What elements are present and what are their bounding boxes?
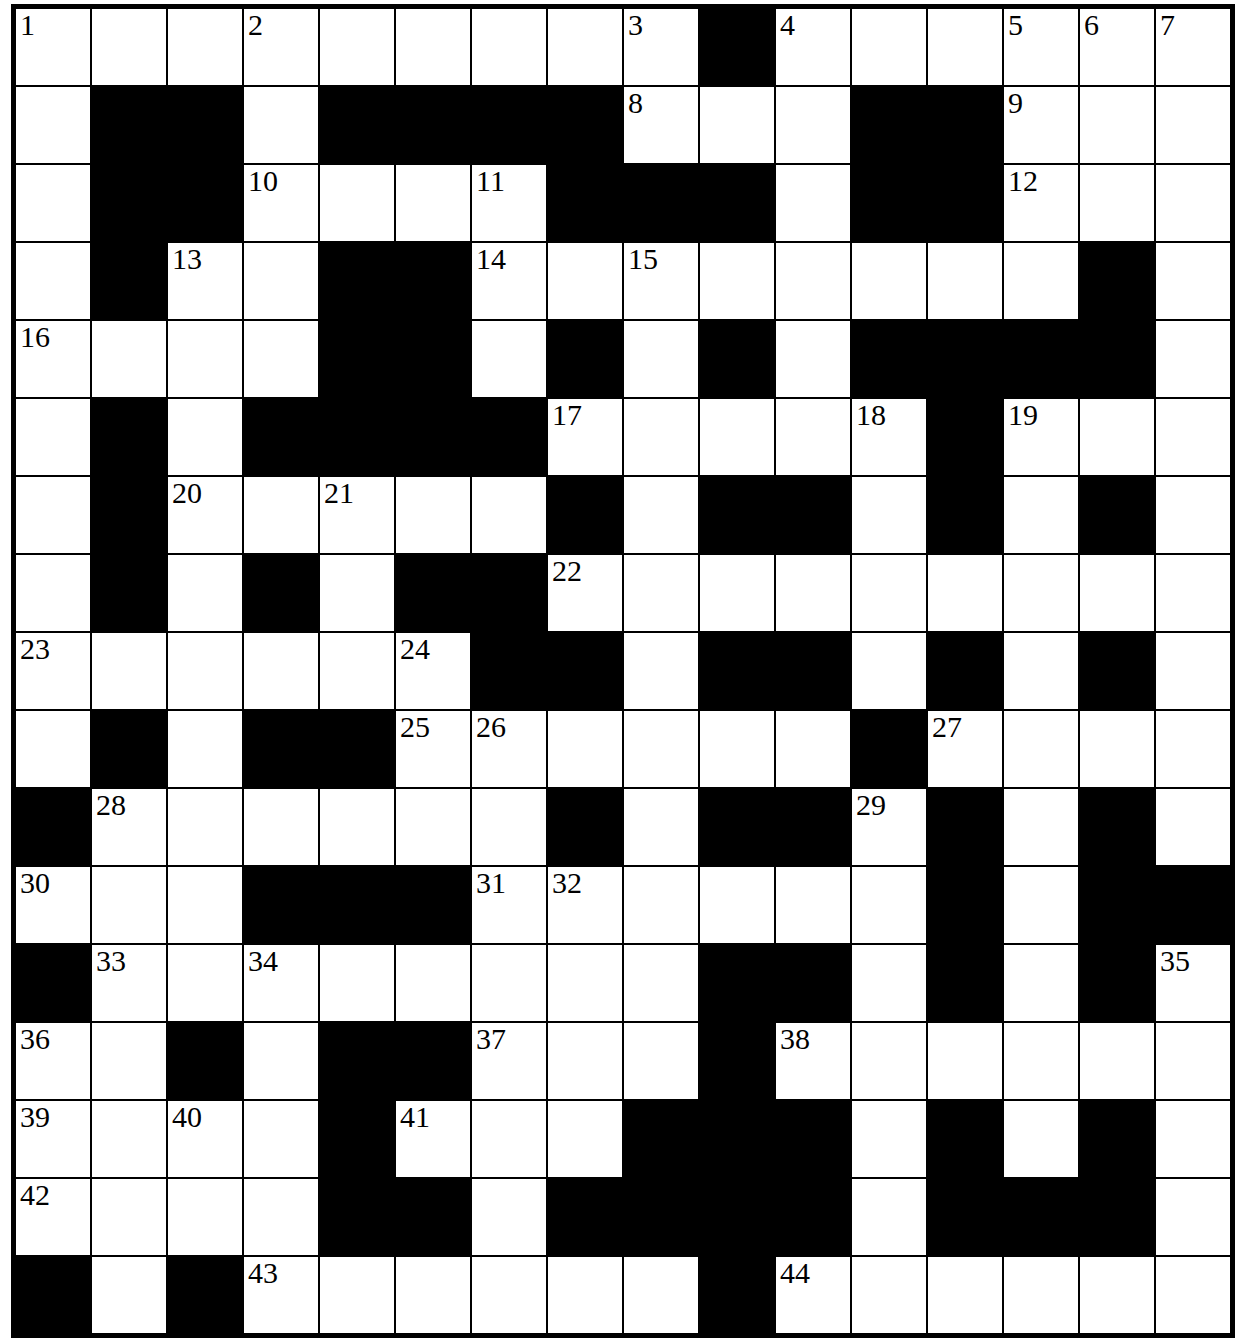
cell-r14c12[interactable]	[851, 1022, 927, 1100]
clue-number-16: 16	[20, 319, 50, 355]
cell-r8c8[interactable]: 22	[547, 554, 623, 632]
cell-r1c8[interactable]	[547, 8, 623, 86]
cell-r6c15[interactable]	[1079, 398, 1155, 476]
cell-r8c5[interactable]	[319, 554, 395, 632]
clue-number-38: 38	[780, 1021, 810, 1057]
black-cell-r10c4	[243, 710, 319, 788]
black-cell-r14c10	[699, 1022, 775, 1100]
cell-r17c12[interactable]	[851, 1256, 927, 1334]
cell-r14c7[interactable]: 37	[471, 1022, 547, 1100]
cell-r11c16[interactable]	[1155, 788, 1231, 866]
clue-number-43: 43	[248, 1255, 278, 1291]
black-cell-r2c2	[91, 86, 167, 164]
cell-r15c4[interactable]	[243, 1100, 319, 1178]
black-cell-r16c13	[927, 1178, 1003, 1256]
black-cell-r2c5	[319, 86, 395, 164]
clue-number-29: 29	[856, 787, 886, 823]
cell-r2c9[interactable]: 8	[623, 86, 699, 164]
black-cell-r6c2	[91, 398, 167, 476]
black-cell-r3c10	[699, 164, 775, 242]
black-cell-r5c6	[395, 320, 471, 398]
black-cell-r5c8	[547, 320, 623, 398]
cell-r4c12[interactable]	[851, 242, 927, 320]
cell-r6c1[interactable]	[15, 398, 91, 476]
cell-r11c6[interactable]	[395, 788, 471, 866]
clue-number-24: 24	[400, 631, 430, 667]
cell-r9c6[interactable]: 24	[395, 632, 471, 710]
clue-number-8: 8	[628, 85, 643, 121]
cell-r12c1[interactable]: 30	[15, 866, 91, 944]
clue-number-44: 44	[780, 1255, 810, 1291]
cell-r4c9[interactable]: 15	[623, 242, 699, 320]
black-cell-r3c13	[927, 164, 1003, 242]
black-cell-r7c8	[547, 476, 623, 554]
clue-number-7: 7	[1160, 7, 1175, 43]
clue-number-25: 25	[400, 709, 430, 745]
cell-r6c8[interactable]: 17	[547, 398, 623, 476]
cell-r8c12[interactable]	[851, 554, 927, 632]
clue-number-34: 34	[248, 943, 278, 979]
cell-r16c7[interactable]	[471, 1178, 547, 1256]
cell-r2c11[interactable]	[775, 86, 851, 164]
cell-r1c1[interactable]: 1	[15, 8, 91, 86]
cell-r17c16[interactable]	[1155, 1256, 1231, 1334]
black-cell-r3c12	[851, 164, 927, 242]
black-cell-r16c9	[623, 1178, 699, 1256]
cell-r15c14[interactable]	[1003, 1100, 1079, 1178]
cell-r4c8[interactable]	[547, 242, 623, 320]
black-cell-r15c10	[699, 1100, 775, 1178]
cell-r9c9[interactable]	[623, 632, 699, 710]
clue-number-1: 1	[20, 7, 35, 43]
cell-r11c4[interactable]	[243, 788, 319, 866]
cell-r1c16[interactable]: 7	[1155, 8, 1231, 86]
cell-r9c5[interactable]	[319, 632, 395, 710]
cell-r7c7[interactable]	[471, 476, 547, 554]
cell-r10c10[interactable]	[699, 710, 775, 788]
cell-r1c2[interactable]	[91, 8, 167, 86]
cell-r7c14[interactable]	[1003, 476, 1079, 554]
cell-r7c16[interactable]	[1155, 476, 1231, 554]
clue-number-31: 31	[476, 865, 506, 901]
black-cell-r10c5	[319, 710, 395, 788]
cell-r10c14[interactable]	[1003, 710, 1079, 788]
cell-r4c13[interactable]	[927, 242, 1003, 320]
cell-r17c14[interactable]	[1003, 1256, 1079, 1334]
cell-r1c5[interactable]	[319, 8, 395, 86]
cell-r8c1[interactable]	[15, 554, 91, 632]
cell-r2c15[interactable]	[1079, 86, 1155, 164]
cell-r3c16[interactable]	[1155, 164, 1231, 242]
cell-r9c12[interactable]	[851, 632, 927, 710]
cell-r2c16[interactable]	[1155, 86, 1231, 164]
black-cell-r5c15	[1079, 320, 1155, 398]
cell-r5c4[interactable]	[243, 320, 319, 398]
black-cell-r6c6	[395, 398, 471, 476]
cell-r8c14[interactable]	[1003, 554, 1079, 632]
cell-r11c12[interactable]: 29	[851, 788, 927, 866]
cell-r16c4[interactable]	[243, 1178, 319, 1256]
cell-r7c6[interactable]	[395, 476, 471, 554]
black-cell-r14c6	[395, 1022, 471, 1100]
black-cell-r4c5	[319, 242, 395, 320]
clue-number-12: 12	[1008, 163, 1038, 199]
clue-number-35: 35	[1160, 943, 1190, 979]
cell-r13c8[interactable]	[547, 944, 623, 1022]
cell-r2c14[interactable]: 9	[1003, 86, 1079, 164]
cell-r7c5[interactable]: 21	[319, 476, 395, 554]
black-cell-r7c2	[91, 476, 167, 554]
cell-r4c14[interactable]	[1003, 242, 1079, 320]
cell-r13c12[interactable]	[851, 944, 927, 1022]
cell-r3c11[interactable]	[775, 164, 851, 242]
cell-r3c7[interactable]: 11	[471, 164, 547, 242]
cell-r9c3[interactable]	[167, 632, 243, 710]
page: { "game": "crossword", "grid": { "rows":…	[0, 0, 1236, 1338]
cell-r3c15[interactable]	[1079, 164, 1155, 242]
cell-r14c13[interactable]	[927, 1022, 1003, 1100]
cell-r5c3[interactable]	[167, 320, 243, 398]
cell-r8c10[interactable]	[699, 554, 775, 632]
cell-r8c11[interactable]	[775, 554, 851, 632]
cell-r5c9[interactable]	[623, 320, 699, 398]
cell-r11c7[interactable]	[471, 788, 547, 866]
black-cell-r15c15	[1079, 1100, 1155, 1178]
clue-number-9: 9	[1008, 85, 1023, 121]
black-cell-r6c7	[471, 398, 547, 476]
cell-r9c1[interactable]: 23	[15, 632, 91, 710]
black-cell-r2c3	[167, 86, 243, 164]
black-cell-r5c13	[927, 320, 1003, 398]
cell-r13c5[interactable]	[319, 944, 395, 1022]
black-cell-r7c15	[1079, 476, 1155, 554]
cell-r5c7[interactable]	[471, 320, 547, 398]
cell-r16c1[interactable]: 42	[15, 1178, 91, 1256]
clue-number-37: 37	[476, 1021, 506, 1057]
clue-number-18: 18	[856, 397, 886, 433]
black-cell-r12c15	[1079, 866, 1155, 944]
cell-r4c16[interactable]	[1155, 242, 1231, 320]
black-cell-r16c11	[775, 1178, 851, 1256]
cell-r1c6[interactable]	[395, 8, 471, 86]
black-cell-r14c5	[319, 1022, 395, 1100]
black-cell-r15c9	[623, 1100, 699, 1178]
clue-number-42: 42	[20, 1177, 50, 1213]
clue-number-23: 23	[20, 631, 50, 667]
cell-r8c9[interactable]	[623, 554, 699, 632]
cell-r4c4[interactable]	[243, 242, 319, 320]
cell-r11c9[interactable]	[623, 788, 699, 866]
cell-r13c4[interactable]: 34	[243, 944, 319, 1022]
black-cell-r4c15	[1079, 242, 1155, 320]
cell-r17c13[interactable]	[927, 1256, 1003, 1334]
cell-r1c4[interactable]: 2	[243, 8, 319, 86]
black-cell-r2c13	[927, 86, 1003, 164]
cell-r1c11[interactable]: 4	[775, 8, 851, 86]
cell-r9c2[interactable]	[91, 632, 167, 710]
clue-number-6: 6	[1084, 7, 1099, 43]
cell-r10c8[interactable]	[547, 710, 623, 788]
clue-number-3: 3	[628, 7, 643, 43]
cell-r10c3[interactable]	[167, 710, 243, 788]
clue-number-19: 19	[1008, 397, 1038, 433]
cell-r13c14[interactable]	[1003, 944, 1079, 1022]
cell-r10c9[interactable]	[623, 710, 699, 788]
cell-r8c15[interactable]	[1079, 554, 1155, 632]
clue-number-14: 14	[476, 241, 506, 277]
clue-number-13: 13	[172, 241, 202, 277]
cell-r10c11[interactable]	[775, 710, 851, 788]
clue-number-26: 26	[476, 709, 506, 745]
cell-r10c13[interactable]: 27	[927, 710, 1003, 788]
cell-r7c12[interactable]	[851, 476, 927, 554]
cell-r1c3[interactable]	[167, 8, 243, 86]
cell-r17c2[interactable]	[91, 1256, 167, 1334]
black-cell-r6c4	[243, 398, 319, 476]
cell-r14c4[interactable]	[243, 1022, 319, 1100]
cell-r4c7[interactable]: 14	[471, 242, 547, 320]
cell-r14c2[interactable]	[91, 1022, 167, 1100]
cell-r1c7[interactable]	[471, 8, 547, 86]
black-cell-r17c1	[15, 1256, 91, 1334]
cell-r14c16[interactable]	[1155, 1022, 1231, 1100]
black-cell-r14c3	[167, 1022, 243, 1100]
black-cell-r11c10	[699, 788, 775, 866]
cell-r1c14[interactable]: 5	[1003, 8, 1079, 86]
cell-r2c1[interactable]	[15, 86, 91, 164]
cell-r15c8[interactable]	[547, 1100, 623, 1178]
black-cell-r6c5	[319, 398, 395, 476]
cell-r17c4[interactable]: 43	[243, 1256, 319, 1334]
clue-number-4: 4	[780, 7, 795, 43]
black-cell-r7c13	[927, 476, 1003, 554]
crossword-grid: 1234567891011121314151617181920212223242…	[11, 4, 1235, 1338]
black-cell-r9c13	[927, 632, 1003, 710]
cell-r10c6[interactable]: 25	[395, 710, 471, 788]
black-cell-r11c8	[547, 788, 623, 866]
cell-r13c6[interactable]	[395, 944, 471, 1022]
cell-r7c1[interactable]	[15, 476, 91, 554]
cell-r11c3[interactable]	[167, 788, 243, 866]
black-cell-r9c11	[775, 632, 851, 710]
cell-r1c15[interactable]: 6	[1079, 8, 1155, 86]
cell-r7c9[interactable]	[623, 476, 699, 554]
cell-r7c3[interactable]: 20	[167, 476, 243, 554]
cell-r12c11[interactable]	[775, 866, 851, 944]
black-cell-r10c12	[851, 710, 927, 788]
cell-r13c7[interactable]	[471, 944, 547, 1022]
cell-r15c1[interactable]: 39	[15, 1100, 91, 1178]
cell-r17c8[interactable]	[547, 1256, 623, 1334]
clue-number-30: 30	[20, 865, 50, 901]
cell-r8c3[interactable]	[167, 554, 243, 632]
cell-r12c10[interactable]	[699, 866, 775, 944]
cell-r6c3[interactable]	[167, 398, 243, 476]
cell-r14c1[interactable]: 36	[15, 1022, 91, 1100]
cell-r3c6[interactable]	[395, 164, 471, 242]
cell-r14c11[interactable]: 38	[775, 1022, 851, 1100]
cell-r16c12[interactable]	[851, 1178, 927, 1256]
black-cell-r3c8	[547, 164, 623, 242]
cell-r5c11[interactable]	[775, 320, 851, 398]
cell-r3c1[interactable]	[15, 164, 91, 242]
cell-r17c11[interactable]: 44	[775, 1256, 851, 1334]
black-cell-r5c12	[851, 320, 927, 398]
black-cell-r8c4	[243, 554, 319, 632]
black-cell-r4c2	[91, 242, 167, 320]
cell-r7c4[interactable]	[243, 476, 319, 554]
black-cell-r3c3	[167, 164, 243, 242]
black-cell-r8c6	[395, 554, 471, 632]
cell-r8c13[interactable]	[927, 554, 1003, 632]
black-cell-r4c6	[395, 242, 471, 320]
cell-r4c1[interactable]	[15, 242, 91, 320]
cell-r17c6[interactable]	[395, 1256, 471, 1334]
black-cell-r9c7	[471, 632, 547, 710]
cell-r5c1[interactable]: 16	[15, 320, 91, 398]
cell-r5c16[interactable]	[1155, 320, 1231, 398]
black-cell-r15c5	[319, 1100, 395, 1178]
black-cell-r9c15	[1079, 632, 1155, 710]
cell-r3c4[interactable]: 10	[243, 164, 319, 242]
clue-number-32: 32	[552, 865, 582, 901]
cell-r10c16[interactable]	[1155, 710, 1231, 788]
cell-r12c7[interactable]: 31	[471, 866, 547, 944]
cell-r15c16[interactable]	[1155, 1100, 1231, 1178]
cell-r6c16[interactable]	[1155, 398, 1231, 476]
black-cell-r2c12	[851, 86, 927, 164]
cell-r5c2[interactable]	[91, 320, 167, 398]
cell-r14c15[interactable]	[1079, 1022, 1155, 1100]
cell-r3c5[interactable]	[319, 164, 395, 242]
black-cell-r11c1	[15, 788, 91, 866]
clue-number-28: 28	[96, 787, 126, 823]
cell-r16c2[interactable]	[91, 1178, 167, 1256]
cell-r10c15[interactable]	[1079, 710, 1155, 788]
cell-r13c3[interactable]	[167, 944, 243, 1022]
black-cell-r1c10	[699, 8, 775, 86]
black-cell-r16c6	[395, 1178, 471, 1256]
cell-r16c16[interactable]	[1155, 1178, 1231, 1256]
black-cell-r16c10	[699, 1178, 775, 1256]
cell-r6c10[interactable]	[699, 398, 775, 476]
black-cell-r6c13	[927, 398, 1003, 476]
black-cell-r12c13	[927, 866, 1003, 944]
cell-r6c9[interactable]	[623, 398, 699, 476]
cell-r9c14[interactable]	[1003, 632, 1079, 710]
cell-r15c12[interactable]	[851, 1100, 927, 1178]
black-cell-r12c16	[1155, 866, 1231, 944]
black-cell-r10c2	[91, 710, 167, 788]
cell-r12c9[interactable]	[623, 866, 699, 944]
black-cell-r8c7	[471, 554, 547, 632]
cell-r14c8[interactable]	[547, 1022, 623, 1100]
cell-r15c6[interactable]: 41	[395, 1100, 471, 1178]
cell-r15c7[interactable]	[471, 1100, 547, 1178]
cell-r11c5[interactable]	[319, 788, 395, 866]
black-cell-r5c5	[319, 320, 395, 398]
cell-r4c11[interactable]	[775, 242, 851, 320]
black-cell-r12c6	[395, 866, 471, 944]
cell-r15c3[interactable]: 40	[167, 1100, 243, 1178]
black-cell-r15c11	[775, 1100, 851, 1178]
clue-number-22: 22	[552, 553, 582, 589]
cell-r12c12[interactable]	[851, 866, 927, 944]
cell-r6c14[interactable]: 19	[1003, 398, 1079, 476]
cell-r17c15[interactable]	[1079, 1256, 1155, 1334]
clue-number-41: 41	[400, 1099, 430, 1135]
black-cell-r13c11	[775, 944, 851, 1022]
cell-r2c4[interactable]	[243, 86, 319, 164]
black-cell-r13c15	[1079, 944, 1155, 1022]
black-cell-r7c10	[699, 476, 775, 554]
cell-r14c14[interactable]	[1003, 1022, 1079, 1100]
black-cell-r11c11	[775, 788, 851, 866]
cell-r10c7[interactable]: 26	[471, 710, 547, 788]
cell-r1c13[interactable]	[927, 8, 1003, 86]
clue-number-27: 27	[932, 709, 962, 745]
cell-r12c14[interactable]	[1003, 866, 1079, 944]
cell-r10c1[interactable]	[15, 710, 91, 788]
cell-r8c16[interactable]	[1155, 554, 1231, 632]
cell-r1c12[interactable]	[851, 8, 927, 86]
black-cell-r13c13	[927, 944, 1003, 1022]
clue-number-15: 15	[628, 241, 658, 277]
black-cell-r11c15	[1079, 788, 1155, 866]
cell-r17c7[interactable]	[471, 1256, 547, 1334]
cell-r15c2[interactable]	[91, 1100, 167, 1178]
black-cell-r16c8	[547, 1178, 623, 1256]
cell-r16c3[interactable]	[167, 1178, 243, 1256]
cell-r11c2[interactable]: 28	[91, 788, 167, 866]
cell-r13c9[interactable]	[623, 944, 699, 1022]
clue-number-39: 39	[20, 1099, 50, 1135]
black-cell-r13c10	[699, 944, 775, 1022]
cell-r12c2[interactable]	[91, 866, 167, 944]
cell-r17c9[interactable]	[623, 1256, 699, 1334]
black-cell-r9c10	[699, 632, 775, 710]
black-cell-r12c4	[243, 866, 319, 944]
black-cell-r11c13	[927, 788, 1003, 866]
cell-r4c3[interactable]: 13	[167, 242, 243, 320]
cell-r11c14[interactable]	[1003, 788, 1079, 866]
cell-r9c16[interactable]	[1155, 632, 1231, 710]
black-cell-r17c3	[167, 1256, 243, 1334]
cell-r2c10[interactable]	[699, 86, 775, 164]
cell-r12c3[interactable]	[167, 866, 243, 944]
black-cell-r8c2	[91, 554, 167, 632]
cell-r4c10[interactable]	[699, 242, 775, 320]
black-cell-r5c10	[699, 320, 775, 398]
cell-r9c4[interactable]	[243, 632, 319, 710]
cell-r17c5[interactable]	[319, 1256, 395, 1334]
cell-r6c12[interactable]: 18	[851, 398, 927, 476]
clue-number-5: 5	[1008, 7, 1023, 43]
black-cell-r16c15	[1079, 1178, 1155, 1256]
clue-number-33: 33	[96, 943, 126, 979]
cell-r14c9[interactable]	[623, 1022, 699, 1100]
cell-r13c2[interactable]: 33	[91, 944, 167, 1022]
cell-r6c11[interactable]	[775, 398, 851, 476]
black-cell-r7c11	[775, 476, 851, 554]
cell-r13c16[interactable]: 35	[1155, 944, 1231, 1022]
black-cell-r3c2	[91, 164, 167, 242]
black-cell-r13c1	[15, 944, 91, 1022]
black-cell-r3c9	[623, 164, 699, 242]
cell-r3c14[interactable]: 12	[1003, 164, 1079, 242]
cell-r1c9[interactable]: 3	[623, 8, 699, 86]
cell-r12c8[interactable]: 32	[547, 866, 623, 944]
